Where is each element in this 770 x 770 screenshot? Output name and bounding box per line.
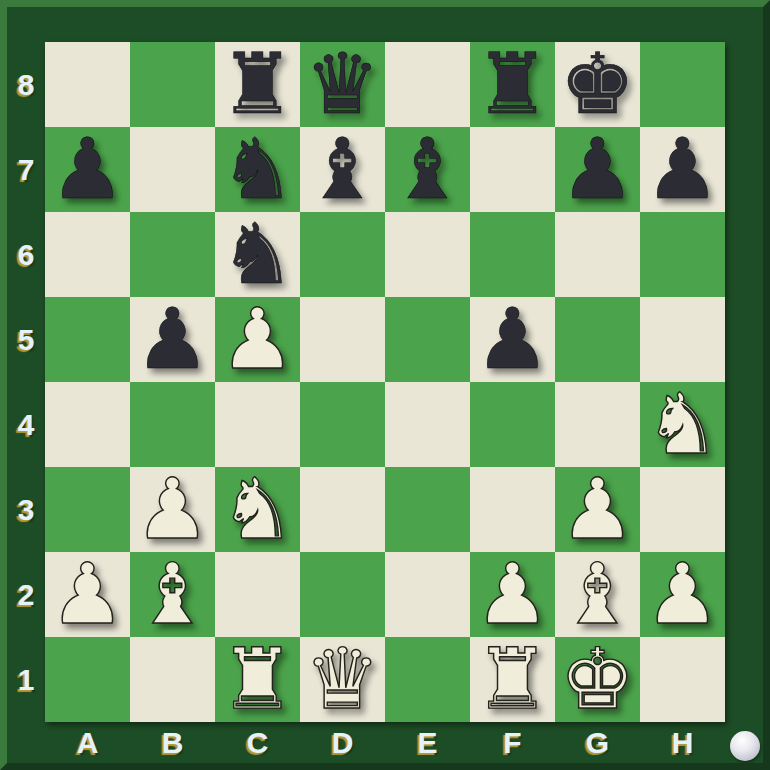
square-c6[interactable]: ♞ (215, 212, 300, 297)
square-g7[interactable]: ♟ (555, 127, 640, 212)
square-f3[interactable] (470, 467, 555, 552)
square-c2[interactable] (215, 552, 300, 637)
black-king-g8[interactable]: ♚ (560, 42, 635, 127)
square-f6[interactable] (470, 212, 555, 297)
white-knight-c3[interactable]: ♞ (220, 467, 295, 552)
square-a7[interactable]: ♟ (45, 127, 130, 212)
square-b8[interactable] (130, 42, 215, 127)
square-b6[interactable] (130, 212, 215, 297)
rank-label-2: 2 (7, 552, 45, 637)
file-label-b: B (130, 722, 215, 763)
square-a6[interactable] (45, 212, 130, 297)
rank-label-5: 5 (7, 297, 45, 382)
square-f4[interactable] (470, 382, 555, 467)
white-bishop-b2[interactable]: ♝ (135, 552, 210, 637)
square-b4[interactable] (130, 382, 215, 467)
black-pawn-b5[interactable]: ♟ (135, 297, 210, 382)
square-f5[interactable]: ♟ (470, 297, 555, 382)
square-c1[interactable]: ♜ (215, 637, 300, 722)
rank-labels: 87654321 (7, 42, 45, 722)
square-c3[interactable]: ♞ (215, 467, 300, 552)
square-g4[interactable] (555, 382, 640, 467)
square-d2[interactable] (300, 552, 385, 637)
square-a4[interactable] (45, 382, 130, 467)
white-pawn-a2[interactable]: ♟ (50, 552, 125, 637)
square-h7[interactable]: ♟ (640, 127, 725, 212)
square-c7[interactable]: ♞ (215, 127, 300, 212)
chessboard-frame: 87654321 ♜♛♜♚♟♞♝♝♟♟♞♟♟♟♞♟♞♟♟♝♟♝♟♜♛♜♚ ABC… (0, 0, 770, 770)
square-c4[interactable] (215, 382, 300, 467)
rank-label-3: 3 (7, 467, 45, 552)
square-c8[interactable]: ♜ (215, 42, 300, 127)
square-d5[interactable] (300, 297, 385, 382)
square-h2[interactable]: ♟ (640, 552, 725, 637)
square-d3[interactable] (300, 467, 385, 552)
black-knight-c7[interactable]: ♞ (220, 127, 295, 212)
black-pawn-a7[interactable]: ♟ (50, 127, 125, 212)
rank-label-4: 4 (7, 382, 45, 467)
black-knight-c6[interactable]: ♞ (220, 212, 295, 297)
white-bishop-g2[interactable]: ♝ (560, 552, 635, 637)
rank-label-1: 1 (7, 637, 45, 722)
square-d6[interactable] (300, 212, 385, 297)
white-knight-h4[interactable]: ♞ (645, 382, 720, 467)
white-pawn-g3[interactable]: ♟ (560, 467, 635, 552)
file-label-g: G (555, 722, 640, 763)
square-d8[interactable]: ♛ (300, 42, 385, 127)
square-h4[interactable]: ♞ (640, 382, 725, 467)
board[interactable]: ♜♛♜♚♟♞♝♝♟♟♞♟♟♟♞♟♞♟♟♝♟♝♟♜♛♜♚ (45, 42, 725, 722)
square-b1[interactable] (130, 637, 215, 722)
square-g3[interactable]: ♟ (555, 467, 640, 552)
black-queen-d8[interactable]: ♛ (305, 42, 380, 127)
square-b3[interactable]: ♟ (130, 467, 215, 552)
square-d1[interactable]: ♛ (300, 637, 385, 722)
square-e6[interactable] (385, 212, 470, 297)
square-h3[interactable] (640, 467, 725, 552)
square-f2[interactable]: ♟ (470, 552, 555, 637)
rank-label-7: 7 (7, 127, 45, 212)
square-f1[interactable]: ♜ (470, 637, 555, 722)
square-e2[interactable] (385, 552, 470, 637)
square-g1[interactable]: ♚ (555, 637, 640, 722)
white-pawn-h2[interactable]: ♟ (645, 552, 720, 637)
square-h1[interactable] (640, 637, 725, 722)
black-bishop-d7[interactable]: ♝ (305, 127, 380, 212)
square-g8[interactable]: ♚ (555, 42, 640, 127)
square-a1[interactable] (45, 637, 130, 722)
black-pawn-f5[interactable]: ♟ (475, 297, 550, 382)
file-label-d: D (300, 722, 385, 763)
square-a3[interactable] (45, 467, 130, 552)
square-h6[interactable] (640, 212, 725, 297)
white-king-g1[interactable]: ♚ (560, 637, 635, 722)
side-to-move-indicator (730, 731, 760, 761)
square-g6[interactable] (555, 212, 640, 297)
file-label-a: A (45, 722, 130, 763)
square-h8[interactable] (640, 42, 725, 127)
file-label-f: F (470, 722, 555, 763)
black-pawn-h7[interactable]: ♟ (645, 127, 720, 212)
square-e3[interactable] (385, 467, 470, 552)
square-e8[interactable] (385, 42, 470, 127)
black-rook-c8[interactable]: ♜ (220, 42, 295, 127)
square-a8[interactable] (45, 42, 130, 127)
file-labels: ABCDEFGH (45, 722, 725, 763)
square-e1[interactable] (385, 637, 470, 722)
black-bishop-e7[interactable]: ♝ (390, 127, 465, 212)
black-pawn-g7[interactable]: ♟ (560, 127, 635, 212)
white-rook-f1[interactable]: ♜ (475, 637, 550, 722)
square-b5[interactable]: ♟ (130, 297, 215, 382)
white-queen-d1[interactable]: ♛ (305, 637, 380, 722)
square-b7[interactable] (130, 127, 215, 212)
square-d7[interactable]: ♝ (300, 127, 385, 212)
black-rook-f8[interactable]: ♜ (475, 42, 550, 127)
white-pawn-b3[interactable]: ♟ (135, 467, 210, 552)
white-rook-c1[interactable]: ♜ (220, 637, 295, 722)
square-e5[interactable] (385, 297, 470, 382)
square-c5[interactable]: ♟ (215, 297, 300, 382)
square-b2[interactable]: ♝ (130, 552, 215, 637)
square-f8[interactable]: ♜ (470, 42, 555, 127)
square-e7[interactable]: ♝ (385, 127, 470, 212)
square-d4[interactable] (300, 382, 385, 467)
square-e4[interactable] (385, 382, 470, 467)
square-a2[interactable]: ♟ (45, 552, 130, 637)
square-a5[interactable] (45, 297, 130, 382)
file-label-e: E (385, 722, 470, 763)
rank-label-6: 6 (7, 212, 45, 297)
rank-label-8: 8 (7, 42, 45, 127)
white-pawn-f2[interactable]: ♟ (475, 552, 550, 637)
white-pawn-c5[interactable]: ♟ (220, 297, 295, 382)
file-label-h: H (640, 722, 725, 763)
square-g2[interactable]: ♝ (555, 552, 640, 637)
square-h5[interactable] (640, 297, 725, 382)
square-g5[interactable] (555, 297, 640, 382)
square-f7[interactable] (470, 127, 555, 212)
file-label-c: C (215, 722, 300, 763)
